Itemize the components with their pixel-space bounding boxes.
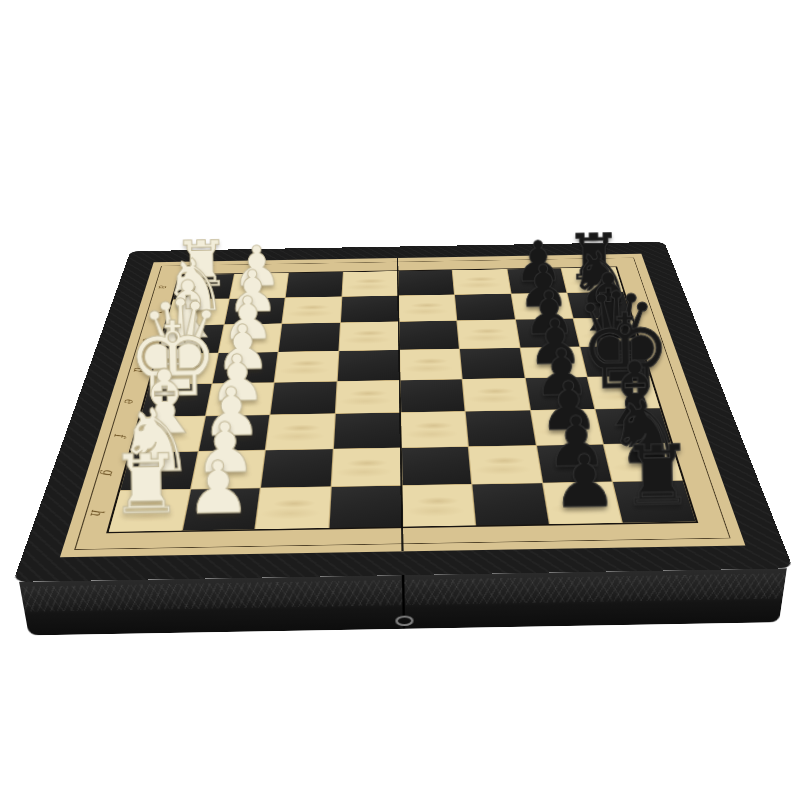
piece-white-pawn: ♟ [186,451,252,524]
square-g5 [401,447,471,486]
square-f3 [266,414,335,450]
square-b5 [399,295,457,322]
square-h2: ♟ [182,488,260,530]
square-g6 [469,446,542,485]
square-c6 [457,320,519,349]
piece-black-pawn: ♟ [551,445,617,518]
piece-black-rook: ♜ [620,434,695,517]
square-b6 [455,294,515,321]
piece-white-rook: ♜ [108,443,183,526]
square-e6 [463,378,530,411]
square-c4 [339,322,398,351]
board-surface: abcdefgh ♜♟♟♜♞♟♟♞♝♟♟♝♛♟♟♛♚♟♟♚♝♟♟♝♞♟♟♞♜♟♟… [60,254,745,558]
square-h6 [473,484,549,526]
product-photo-scene: abcdefgh ♜♟♟♜♞♟♟♞♝♟♟♝♛♟♟♛♚♟♟♚♝♟♟♝♞♟♟♞♜♟♟… [0,0,800,800]
square-b4 [341,296,398,323]
square-e5 [400,379,465,412]
square-d6 [460,348,524,379]
square-f6 [466,411,536,447]
square-a6 [453,269,511,294]
square-d3 [275,351,338,382]
square-a4 [342,271,397,296]
square-e4 [336,380,400,413]
square-g3 [261,449,332,488]
square-e3 [271,381,337,414]
square-h3 [256,487,331,529]
chess-board-case: abcdefgh ♜♟♟♜♞♟♟♞♝♟♟♝♛♟♟♛♚♟♟♚♝♟♟♝♞♟♟♞♜♟♟… [13,242,793,582]
square-h7: ♟ [543,482,622,524]
board-tilt-wrapper: abcdefgh ♜♟♟♜♞♟♟♞♝♟♟♝♛♟♟♛♚♟♟♚♝♟♟♝♞♟♟♞♜♟♟… [0,0,800,800]
square-b3 [283,297,342,324]
square-f5 [401,412,468,448]
square-d4 [338,350,400,381]
hinge-grommet [395,615,413,626]
square-h8: ♜ [613,481,695,523]
case-front-face [19,568,787,635]
square-c3 [279,323,340,352]
square-d5 [400,349,462,380]
square-c5 [399,321,459,350]
square-a3 [286,272,343,297]
square-g4 [332,448,401,487]
square-h1: ♜ [109,490,190,532]
square-a5 [398,270,454,295]
square-h4 [329,486,401,528]
square-h5 [402,485,475,527]
square-f4 [334,413,401,449]
